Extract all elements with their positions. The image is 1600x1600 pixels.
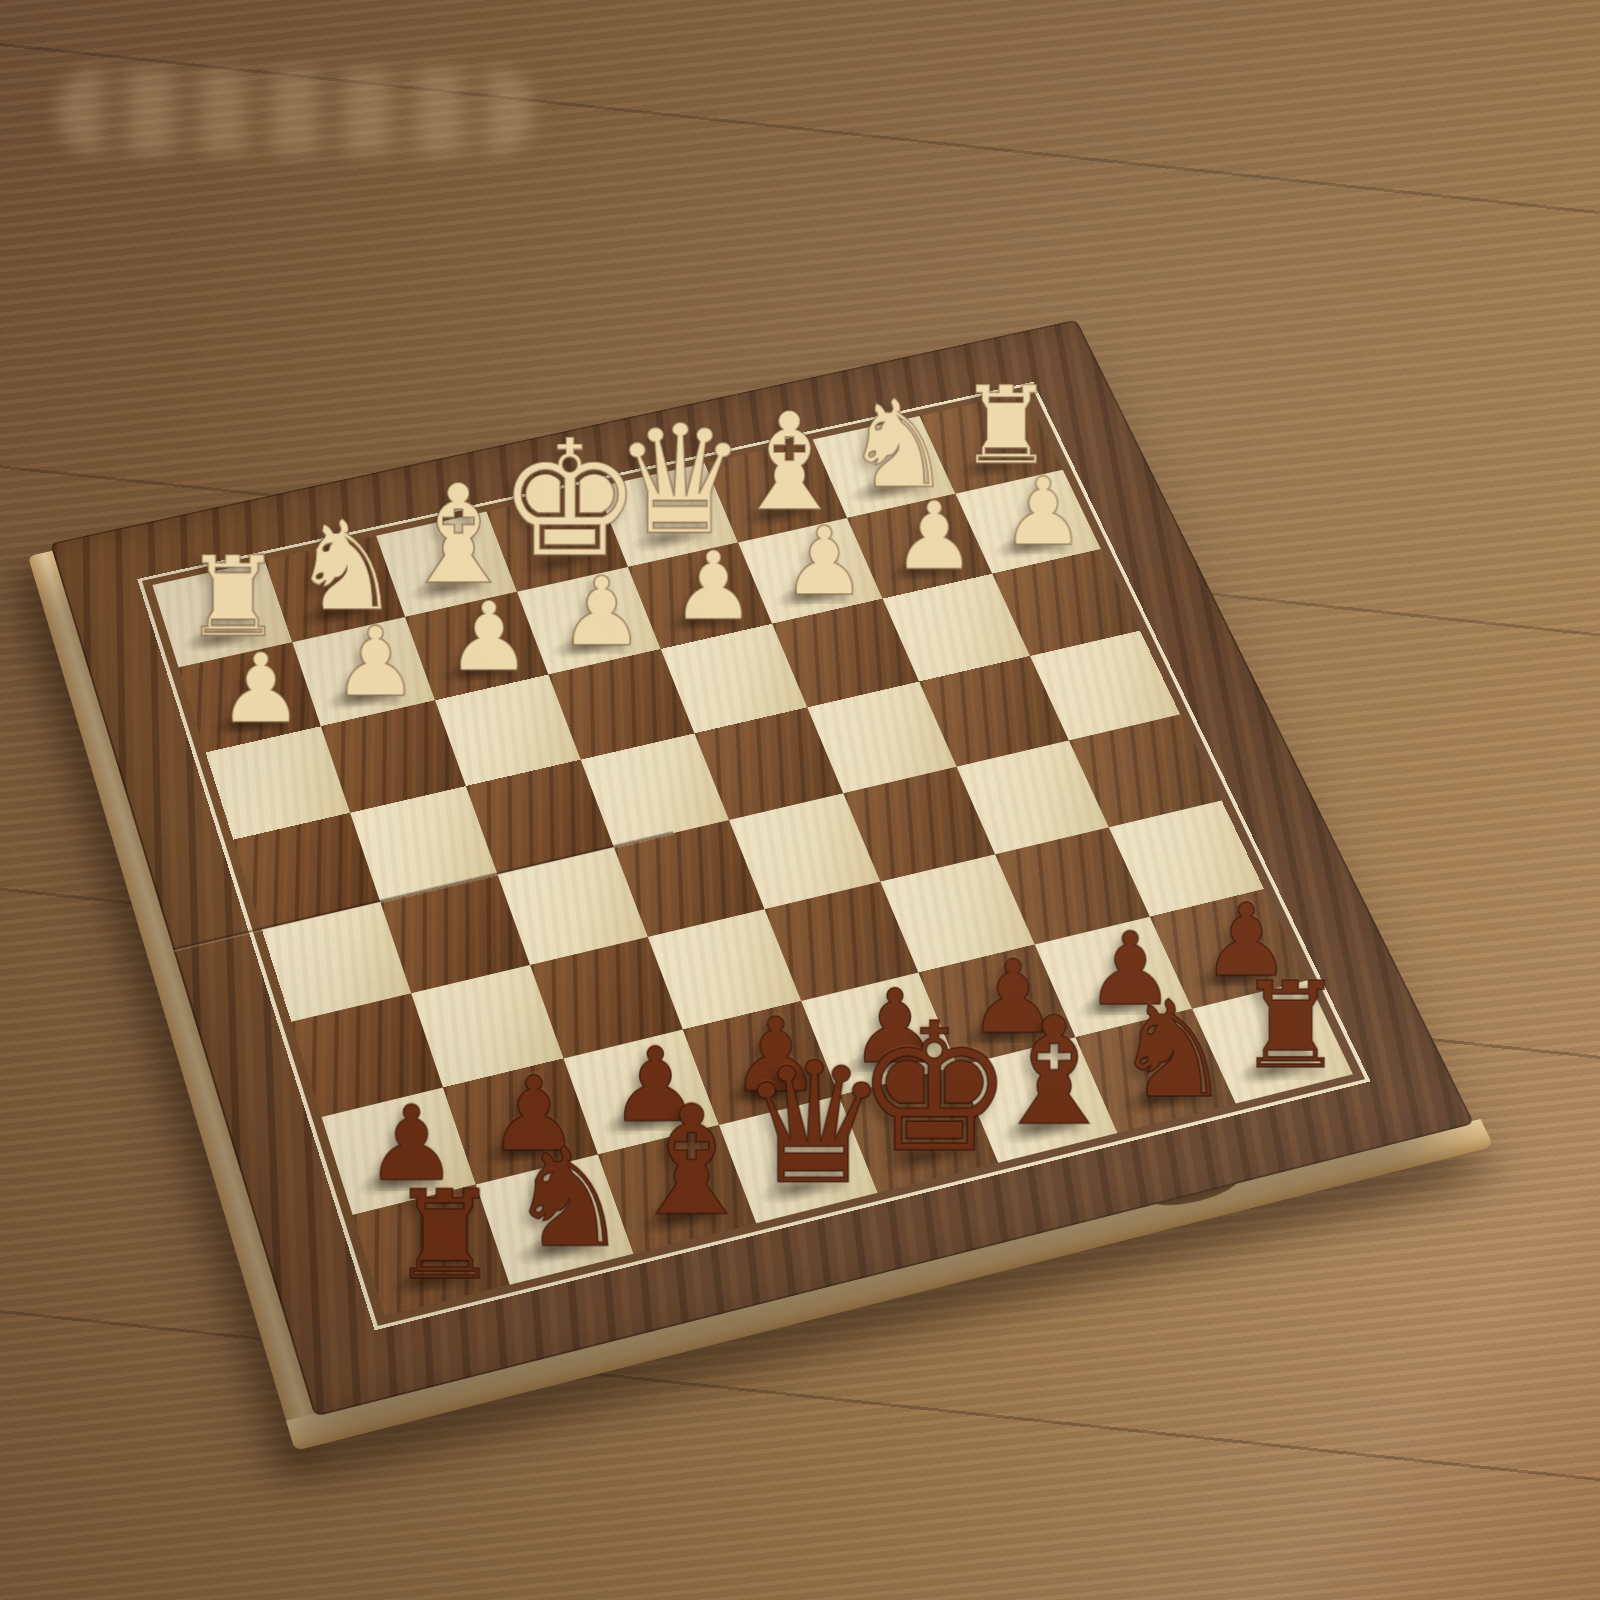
white-pawn-f2[interactable]: ♟ <box>446 594 532 680</box>
white-pawn-c2[interactable]: ♟ <box>782 519 867 604</box>
chess-board: ♜♞♝♚♛♝♞♜♟♟♟♟♟♟♟♟♟♟♟♟♟♟♟♟♜♞♝♛♚♝♞♜ <box>50 320 1474 1417</box>
white-pawn-a2[interactable]: ♟ <box>1001 470 1085 554</box>
square-h3[interactable] <box>206 726 351 839</box>
black-knight-g8[interactable]: ♞ <box>507 1137 630 1260</box>
white-pawn-g2[interactable]: ♟ <box>332 619 418 706</box>
white-pawn-h2[interactable]: ♟ <box>217 645 304 732</box>
white-pawn-e2[interactable]: ♟ <box>559 568 645 654</box>
white-pawn-d2[interactable]: ♟ <box>671 543 756 628</box>
white-bishop-f1[interactable]: ♝ <box>397 474 520 597</box>
black-bishop-f8[interactable]: ♝ <box>624 1093 760 1229</box>
black-knight-b8[interactable]: ♞ <box>1113 989 1233 1110</box>
white-pawn-b2[interactable]: ♟ <box>892 494 976 579</box>
black-rook-a8[interactable]: ♜ <box>1237 973 1343 1080</box>
watermark-smudge <box>58 68 533 156</box>
black-rook-h8[interactable]: ♜ <box>389 1181 499 1291</box>
board-grid: ♜♞♝♚♛♝♞♜♟♟♟♟♟♟♟♟♟♟♟♟♟♟♟♟♜♞♝♛♚♝♞♜ <box>152 393 1353 1316</box>
black-queen-e8[interactable]: ♛ <box>739 1048 889 1199</box>
square-f5[interactable] <box>497 847 647 965</box>
board-inlay-border: ♜♞♝♚♛♝♞♜♟♟♟♟♟♟♟♟♟♟♟♟♟♟♟♟♜♞♝♛♚♝♞♜ <box>137 382 1370 1331</box>
